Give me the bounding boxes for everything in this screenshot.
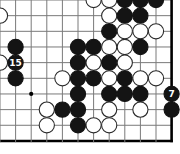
white-stone [117, 55, 132, 70]
white-stone [39, 102, 54, 117]
black-stone [70, 102, 85, 117]
white-stone [102, 39, 117, 54]
white-stone [86, 118, 101, 133]
black-stone [117, 8, 132, 23]
white-stone [102, 102, 117, 117]
black-stone [133, 86, 148, 101]
black-stone [117, 86, 132, 101]
black-stone [117, 71, 132, 86]
white-stone [133, 102, 148, 117]
black-stone [102, 55, 117, 70]
white-stone [102, 71, 117, 86]
white-stone [148, 71, 163, 86]
white-stone [133, 71, 148, 86]
white-stone [102, 8, 117, 23]
go-board[interactable]: 157 [0, 0, 180, 154]
black-stone [70, 39, 85, 54]
black-stone [86, 71, 101, 86]
black-stone [102, 24, 117, 39]
white-stone [39, 118, 54, 133]
black-stone [55, 102, 70, 117]
black-stone [70, 118, 85, 133]
black-stone [70, 55, 85, 70]
black-stone [8, 39, 23, 54]
white-stone [55, 71, 70, 86]
black-stone [164, 102, 179, 117]
black-stone [70, 86, 85, 101]
white-stone [133, 24, 148, 39]
white-stone [148, 24, 163, 39]
white-stone [117, 39, 132, 54]
black-stone [8, 71, 23, 86]
black-stone [86, 39, 101, 54]
white-stone [117, 24, 132, 39]
stone-label-7: 7 [168, 89, 174, 99]
black-stone [102, 86, 117, 101]
white-stone [86, 55, 101, 70]
go-diagram: 157 [0, 0, 180, 154]
stone-label-15: 15 [9, 58, 22, 68]
black-stone [70, 71, 85, 86]
black-stone [133, 8, 148, 23]
star-point [29, 92, 33, 96]
white-stone [102, 118, 117, 133]
black-stone [133, 39, 148, 54]
